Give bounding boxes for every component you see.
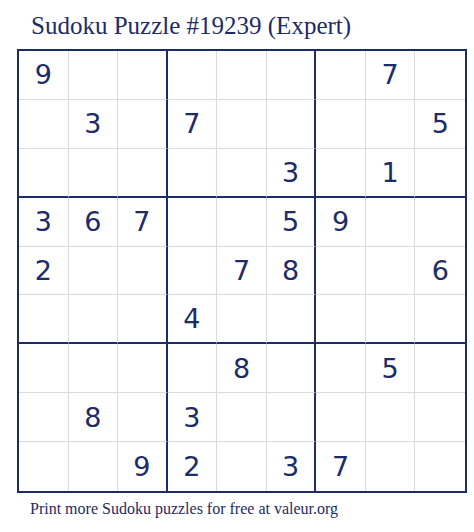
cell-r5c8 [366, 247, 416, 296]
page-title: Sudoku Puzzle #19239 (Expert) [31, 12, 351, 40]
cell-r4c6: 5 [267, 198, 317, 247]
cell-r9c7: 7 [316, 442, 366, 491]
cell-r1c4 [168, 51, 218, 100]
cell-r3c4 [168, 149, 218, 198]
cell-r2c2: 3 [69, 100, 119, 149]
cell-r3c2 [69, 149, 119, 198]
cell-r7c9 [415, 344, 465, 393]
sudoku-board: 9737531367592786485839237 [17, 49, 467, 493]
cell-r4c2: 6 [69, 198, 119, 247]
cell-r5c9: 6 [415, 247, 465, 296]
cell-r8c5 [217, 393, 267, 442]
cell-r5c5: 7 [217, 247, 267, 296]
cell-r9c5 [217, 442, 267, 491]
cell-r1c7 [316, 51, 366, 100]
cell-r5c2 [69, 247, 119, 296]
cell-r2c4: 7 [168, 100, 218, 149]
cell-r6c6 [267, 295, 317, 344]
cell-r5c3 [118, 247, 168, 296]
cell-r7c4 [168, 344, 218, 393]
cell-r5c7 [316, 247, 366, 296]
cell-r7c5: 8 [217, 344, 267, 393]
cell-r7c8: 5 [366, 344, 416, 393]
cell-r5c6: 8 [267, 247, 317, 296]
cell-r3c6: 3 [267, 149, 317, 198]
cell-r8c9 [415, 393, 465, 442]
cell-r1c1: 9 [19, 51, 69, 100]
cell-r4c4 [168, 198, 218, 247]
cell-r3c3 [118, 149, 168, 198]
cell-r6c4: 4 [168, 295, 218, 344]
cell-r3c7 [316, 149, 366, 198]
cell-r9c1 [19, 442, 69, 491]
cell-r9c8 [366, 442, 416, 491]
cell-r8c7 [316, 393, 366, 442]
cell-r2c8 [366, 100, 416, 149]
cell-r1c9 [415, 51, 465, 100]
cell-r3c5 [217, 149, 267, 198]
cell-r6c8 [366, 295, 416, 344]
cell-r7c7 [316, 344, 366, 393]
cell-r8c6 [267, 393, 317, 442]
cell-r9c2 [69, 442, 119, 491]
cell-r7c6 [267, 344, 317, 393]
cell-r4c9 [415, 198, 465, 247]
cell-r9c4: 2 [168, 442, 218, 491]
cell-r2c5 [217, 100, 267, 149]
cell-r7c3 [118, 344, 168, 393]
cell-r7c1 [19, 344, 69, 393]
cell-r5c4 [168, 247, 218, 296]
cell-r9c9 [415, 442, 465, 491]
cell-r6c2 [69, 295, 119, 344]
cell-r8c3 [118, 393, 168, 442]
cell-r9c6: 3 [267, 442, 317, 491]
cell-r5c1: 2 [19, 247, 69, 296]
cell-r1c6 [267, 51, 317, 100]
sudoku-page: Sudoku Puzzle #19239 (Expert) 9737531367… [0, 0, 474, 532]
cell-r8c2: 8 [69, 393, 119, 442]
cell-r7c2 [69, 344, 119, 393]
cell-r1c2 [69, 51, 119, 100]
cell-r8c4: 3 [168, 393, 218, 442]
cell-r8c1 [19, 393, 69, 442]
cell-r9c3: 9 [118, 442, 168, 491]
cell-r1c5 [217, 51, 267, 100]
cell-r2c3 [118, 100, 168, 149]
cell-r4c8 [366, 198, 416, 247]
cell-r6c1 [19, 295, 69, 344]
footer-text: Print more Sudoku puzzles for free at va… [30, 500, 338, 518]
cell-r6c9 [415, 295, 465, 344]
cell-r2c6 [267, 100, 317, 149]
cell-r3c9 [415, 149, 465, 198]
cell-r8c8 [366, 393, 416, 442]
cell-r6c3 [118, 295, 168, 344]
cell-r4c7: 9 [316, 198, 366, 247]
cell-r1c8: 7 [366, 51, 416, 100]
cell-r4c3: 7 [118, 198, 168, 247]
cell-r2c7 [316, 100, 366, 149]
cell-r1c3 [118, 51, 168, 100]
cell-r2c9: 5 [415, 100, 465, 149]
cell-r4c1: 3 [19, 198, 69, 247]
cell-r3c8: 1 [366, 149, 416, 198]
cell-r2c1 [19, 100, 69, 149]
cell-r6c7 [316, 295, 366, 344]
cell-r4c5 [217, 198, 267, 247]
cell-r6c5 [217, 295, 267, 344]
cell-r3c1 [19, 149, 69, 198]
